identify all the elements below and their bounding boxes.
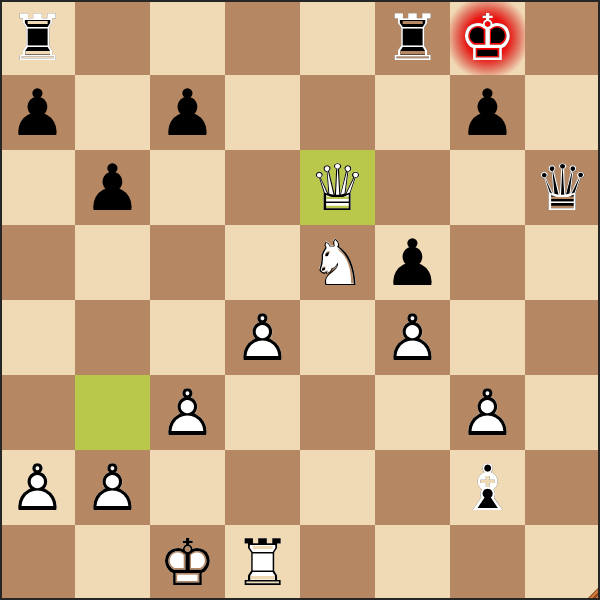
square-g3[interactable]: ♟♙ [450,375,525,450]
square-a2[interactable]: ♟♙ [0,450,75,525]
square-c6[interactable] [150,150,225,225]
black-bishop-outline-icon: ♗ [450,450,525,525]
square-c4[interactable] [150,300,225,375]
square-b2[interactable]: ♟♙ [75,450,150,525]
piece-black-pawn[interactable]: ♟ [375,225,450,300]
square-f3[interactable] [375,375,450,450]
square-h1[interactable] [525,525,600,600]
square-g8[interactable]: ♚♔ [450,0,525,75]
square-c5[interactable] [150,225,225,300]
square-b8[interactable] [75,0,150,75]
square-b1[interactable] [75,525,150,600]
piece-white-pawn[interactable]: ♟♙ [150,375,225,450]
chess-board-frame: ♜♖♜♖♚♔♟♟♟♟♛♕♛♕♞♘♟♟♙♟♙♟♙♟♙♟♙♟♙♝♗♚♔♜♖ [0,0,600,600]
square-e4[interactable] [300,300,375,375]
white-pawn-outline-icon: ♙ [0,450,75,525]
square-c8[interactable] [150,0,225,75]
square-f8[interactable]: ♜♖ [375,0,450,75]
piece-white-rook[interactable]: ♜♖ [225,525,300,600]
square-d6[interactable] [225,150,300,225]
black-pawn-icon: ♟ [375,225,450,300]
piece-white-pawn[interactable]: ♟♙ [0,450,75,525]
square-f7[interactable] [375,75,450,150]
square-d4[interactable]: ♟♙ [225,300,300,375]
piece-black-pawn[interactable]: ♟ [75,150,150,225]
square-g6[interactable] [450,150,525,225]
square-c2[interactable] [150,450,225,525]
piece-black-rook[interactable]: ♜♖ [375,0,450,75]
square-b6[interactable]: ♟ [75,150,150,225]
square-b5[interactable] [75,225,150,300]
square-h5[interactable] [525,225,600,300]
white-pawn-outline-icon: ♙ [225,300,300,375]
square-e5[interactable]: ♞♘ [300,225,375,300]
square-d1[interactable]: ♜♖ [225,525,300,600]
square-f4[interactable]: ♟♙ [375,300,450,375]
white-pawn-outline-icon: ♙ [150,375,225,450]
piece-white-pawn[interactable]: ♟♙ [225,300,300,375]
white-queen-outline-icon: ♕ [300,150,375,225]
piece-white-pawn[interactable]: ♟♙ [75,450,150,525]
square-d3[interactable] [225,375,300,450]
black-pawn-icon: ♟ [0,75,75,150]
black-rook-outline-icon: ♖ [375,0,450,75]
piece-black-rook[interactable]: ♜♖ [0,0,75,75]
square-h7[interactable] [525,75,600,150]
square-g2[interactable]: ♝♗ [450,450,525,525]
square-e1[interactable] [300,525,375,600]
black-rook-outline-icon: ♖ [0,0,75,75]
square-h8[interactable] [525,0,600,75]
square-h4[interactable] [525,300,600,375]
piece-white-queen[interactable]: ♛♕ [300,150,375,225]
piece-white-pawn[interactable]: ♟♙ [450,375,525,450]
piece-black-pawn[interactable]: ♟ [0,75,75,150]
square-f1[interactable] [375,525,450,600]
square-e7[interactable] [300,75,375,150]
square-d5[interactable] [225,225,300,300]
piece-black-king[interactable]: ♚♔ [450,0,525,75]
square-c3[interactable]: ♟♙ [150,375,225,450]
piece-white-king[interactable]: ♚♔ [150,525,225,600]
square-g1[interactable] [450,525,525,600]
piece-white-knight[interactable]: ♞♘ [300,225,375,300]
black-pawn-icon: ♟ [450,75,525,150]
square-e3[interactable] [300,375,375,450]
square-f5[interactable]: ♟ [375,225,450,300]
square-d7[interactable] [225,75,300,150]
square-a3[interactable] [0,375,75,450]
white-pawn-outline-icon: ♙ [450,375,525,450]
white-knight-outline-icon: ♘ [300,225,375,300]
square-a4[interactable] [0,300,75,375]
square-g4[interactable] [450,300,525,375]
square-d2[interactable] [225,450,300,525]
square-a6[interactable] [0,150,75,225]
square-c7[interactable]: ♟ [150,75,225,150]
black-king-outline-icon: ♔ [450,0,525,75]
square-a5[interactable] [0,225,75,300]
square-a8[interactable]: ♜♖ [0,0,75,75]
square-h6[interactable]: ♛♕ [525,150,600,225]
piece-black-bishop[interactable]: ♝♗ [450,450,525,525]
square-f6[interactable] [375,150,450,225]
piece-black-pawn[interactable]: ♟ [150,75,225,150]
white-rook-outline-icon: ♖ [225,525,300,600]
square-h3[interactable] [525,375,600,450]
piece-black-queen[interactable]: ♛♕ [525,150,600,225]
square-g7[interactable]: ♟ [450,75,525,150]
square-h2[interactable] [525,450,600,525]
piece-white-pawn[interactable]: ♟♙ [375,300,450,375]
square-b7[interactable] [75,75,150,150]
square-g5[interactable] [450,225,525,300]
square-e2[interactable] [300,450,375,525]
square-d8[interactable] [225,0,300,75]
square-b3[interactable] [75,375,150,450]
chess-board: ♜♖♜♖♚♔♟♟♟♟♛♕♛♕♞♘♟♟♙♟♙♟♙♟♙♟♙♟♙♝♗♚♔♜♖ [0,0,600,600]
black-pawn-icon: ♟ [75,150,150,225]
white-pawn-outline-icon: ♙ [75,450,150,525]
black-queen-outline-icon: ♕ [525,150,600,225]
square-b4[interactable] [75,300,150,375]
square-c1[interactable]: ♚♔ [150,525,225,600]
black-pawn-icon: ♟ [150,75,225,150]
white-pawn-outline-icon: ♙ [375,300,450,375]
square-a7[interactable]: ♟ [0,75,75,150]
square-e6[interactable]: ♛♕ [300,150,375,225]
piece-black-pawn[interactable]: ♟ [450,75,525,150]
white-king-outline-icon: ♔ [150,525,225,600]
square-f2[interactable] [375,450,450,525]
square-a1[interactable] [0,525,75,600]
square-e8[interactable] [300,0,375,75]
